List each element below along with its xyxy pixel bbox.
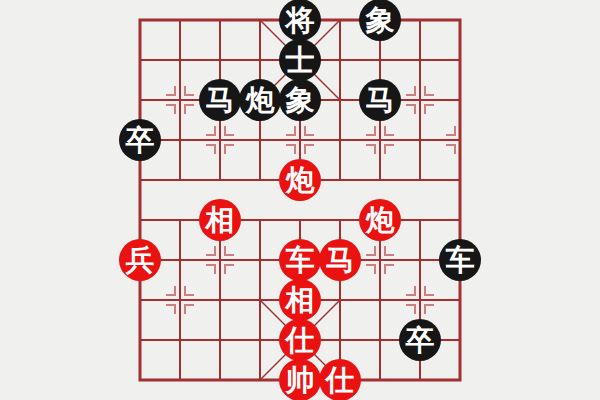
board-point-2-5[interactable]: 相 (200, 200, 240, 240)
piece-red-advisor[interactable]: 仕 (279, 319, 321, 361)
board-point-8-4[interactable] (440, 160, 480, 200)
board-point-5-6[interactable]: 马 (320, 240, 360, 280)
board-point-5-3[interactable] (320, 120, 360, 160)
board-point-4-0[interactable]: 将 (280, 0, 320, 40)
board-point-1-1[interactable] (160, 40, 200, 80)
board-point-1-0[interactable] (160, 0, 200, 40)
board-point-1-3[interactable] (160, 120, 200, 160)
piece-red-soldier[interactable]: 兵 (119, 239, 161, 281)
board-point-7-2[interactable] (400, 80, 440, 120)
piece-red-general[interactable]: 帅 (279, 359, 321, 400)
board-point-7-4[interactable] (400, 160, 440, 200)
board-point-2-3[interactable] (200, 120, 240, 160)
board-point-0-9[interactable] (120, 360, 160, 400)
board-point-8-6[interactable]: 车 (440, 240, 480, 280)
board-point-1-4[interactable] (160, 160, 200, 200)
piece-black-horse[interactable]: 马 (359, 79, 401, 121)
board-point-4-1[interactable]: 士 (280, 40, 320, 80)
board-point-2-7[interactable] (200, 280, 240, 320)
piece-black-chariot[interactable]: 车 (439, 239, 481, 281)
board-point-1-6[interactable] (160, 240, 200, 280)
board-point-2-1[interactable] (200, 40, 240, 80)
board-point-0-3[interactable]: 卒 (120, 120, 160, 160)
board-point-4-9[interactable]: 帅 (280, 360, 320, 400)
piece-black-elephant[interactable]: 象 (279, 79, 321, 121)
board-point-6-0[interactable]: 象 (360, 0, 400, 40)
board-point-4-8[interactable]: 仕 (280, 320, 320, 360)
board-point-0-0[interactable] (120, 0, 160, 40)
piece-black-elephant[interactable]: 象 (359, 0, 401, 41)
board-point-1-5[interactable] (160, 200, 200, 240)
piece-red-chariot[interactable]: 车 (279, 239, 321, 281)
board-point-2-6[interactable] (200, 240, 240, 280)
board-point-3-9[interactable] (240, 360, 280, 400)
piece-red-elephant[interactable]: 相 (199, 199, 241, 241)
board-point-0-2[interactable] (120, 80, 160, 120)
board-point-8-7[interactable] (440, 280, 480, 320)
board-point-6-7[interactable] (360, 280, 400, 320)
board-point-6-4[interactable] (360, 160, 400, 200)
board-point-8-3[interactable] (440, 120, 480, 160)
board-point-3-2[interactable]: 炮 (240, 80, 280, 120)
board-point-7-9[interactable] (400, 360, 440, 400)
board-point-2-8[interactable] (200, 320, 240, 360)
board-point-5-1[interactable] (320, 40, 360, 80)
board-point-0-5[interactable] (120, 200, 160, 240)
piece-red-advisor[interactable]: 仕 (319, 359, 361, 400)
board-point-8-1[interactable] (440, 40, 480, 80)
board-point-6-5[interactable]: 炮 (360, 200, 400, 240)
board-point-2-4[interactable] (200, 160, 240, 200)
board-point-0-8[interactable] (120, 320, 160, 360)
board-point-3-3[interactable] (240, 120, 280, 160)
piece-red-cannon[interactable]: 炮 (359, 199, 401, 241)
board-point-4-2[interactable]: 象 (280, 80, 320, 120)
piece-black-soldier[interactable]: 卒 (399, 319, 441, 361)
board-point-7-0[interactable] (400, 0, 440, 40)
board-point-5-5[interactable] (320, 200, 360, 240)
board-point-7-6[interactable] (400, 240, 440, 280)
piece-black-horse[interactable]: 马 (199, 79, 241, 121)
piece-red-elephant[interactable]: 相 (279, 279, 321, 321)
xiangqi-board-screen: 将象士马炮象马卒炮相炮兵车马车相仕卒帅仕 (0, 0, 600, 400)
board-point-1-8[interactable] (160, 320, 200, 360)
board-point-4-7[interactable]: 相 (280, 280, 320, 320)
board-point-4-4[interactable]: 炮 (280, 160, 320, 200)
piece-red-cannon[interactable]: 炮 (279, 159, 321, 201)
board-point-7-1[interactable] (400, 40, 440, 80)
board-point-3-0[interactable] (240, 0, 280, 40)
board-point-7-7[interactable] (400, 280, 440, 320)
board-point-5-4[interactable] (320, 160, 360, 200)
board-point-6-8[interactable] (360, 320, 400, 360)
board-point-8-5[interactable] (440, 200, 480, 240)
board-point-3-6[interactable] (240, 240, 280, 280)
board-point-4-3[interactable] (280, 120, 320, 160)
board-point-7-8[interactable]: 卒 (400, 320, 440, 360)
board-point-3-4[interactable] (240, 160, 280, 200)
board-point-0-6[interactable]: 兵 (120, 240, 160, 280)
board-point-6-6[interactable] (360, 240, 400, 280)
board-point-8-8[interactable] (440, 320, 480, 360)
board-point-7-5[interactable] (400, 200, 440, 240)
board-point-1-7[interactable] (160, 280, 200, 320)
board-point-3-8[interactable] (240, 320, 280, 360)
board-point-4-5[interactable] (280, 200, 320, 240)
board-point-3-5[interactable] (240, 200, 280, 240)
board-point-8-2[interactable] (440, 80, 480, 120)
board-point-0-1[interactable] (120, 40, 160, 80)
board-point-6-9[interactable] (360, 360, 400, 400)
board-point-7-3[interactable] (400, 120, 440, 160)
board-point-5-2[interactable] (320, 80, 360, 120)
board-point-2-9[interactable] (200, 360, 240, 400)
piece-black-soldier[interactable]: 卒 (119, 119, 161, 161)
board-point-6-2[interactable]: 马 (360, 80, 400, 120)
piece-red-horse[interactable]: 马 (319, 239, 361, 281)
board-point-1-2[interactable] (160, 80, 200, 120)
board-point-2-2[interactable]: 马 (200, 80, 240, 120)
board-point-6-3[interactable] (360, 120, 400, 160)
board-point-2-0[interactable] (200, 0, 240, 40)
board-point-0-7[interactable] (120, 280, 160, 320)
board-point-8-9[interactable] (440, 360, 480, 400)
board-point-4-6[interactable]: 车 (280, 240, 320, 280)
piece-black-advisor[interactable]: 士 (279, 39, 321, 81)
piece-black-general[interactable]: 将 (279, 0, 321, 41)
board-point-5-0[interactable] (320, 0, 360, 40)
board-point-5-9[interactable]: 仕 (320, 360, 360, 400)
board-point-3-1[interactable] (240, 40, 280, 80)
board-point-0-4[interactable] (120, 160, 160, 200)
board-point-5-8[interactable] (320, 320, 360, 360)
board-point-5-7[interactable] (320, 280, 360, 320)
piece-black-cannon[interactable]: 炮 (239, 79, 281, 121)
board-point-8-0[interactable] (440, 0, 480, 40)
board-point-3-7[interactable] (240, 280, 280, 320)
board-point-1-9[interactable] (160, 360, 200, 400)
board-point-6-1[interactable] (360, 40, 400, 80)
xiangqi-board[interactable]: 将象士马炮象马卒炮相炮兵车马车相仕卒帅仕 (120, 0, 480, 400)
